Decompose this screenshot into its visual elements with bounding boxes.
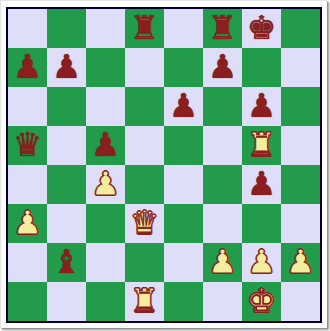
square-g6[interactable]: ♟ [242, 87, 281, 126]
piece-black-rook[interactable]: ♜ [130, 8, 160, 47]
piece-black-pawn[interactable]: ♟ [169, 86, 199, 125]
square-f2[interactable]: ♟ [203, 243, 242, 282]
square-c1[interactable] [86, 282, 125, 321]
square-d5[interactable] [125, 126, 164, 165]
piece-white-pawn[interactable]: ♟ [91, 164, 121, 203]
square-f4[interactable] [203, 165, 242, 204]
square-c4[interactable]: ♟ [86, 165, 125, 204]
square-g2[interactable]: ♟ [242, 243, 281, 282]
square-h4[interactable] [281, 165, 320, 204]
square-a2[interactable] [8, 243, 47, 282]
square-f8[interactable]: ♜ [203, 9, 242, 48]
square-b1[interactable] [47, 282, 86, 321]
square-d1[interactable]: ♜ [125, 282, 164, 321]
square-e7[interactable] [164, 48, 203, 87]
square-d2[interactable] [125, 243, 164, 282]
square-f6[interactable] [203, 87, 242, 126]
piece-black-bishop[interactable]: ♝ [52, 242, 82, 281]
square-e4[interactable] [164, 165, 203, 204]
square-c3[interactable] [86, 204, 125, 243]
square-b6[interactable] [47, 87, 86, 126]
square-e5[interactable] [164, 126, 203, 165]
square-e2[interactable] [164, 243, 203, 282]
piece-white-queen[interactable]: ♛ [130, 203, 160, 242]
square-a3[interactable]: ♟ [8, 204, 47, 243]
square-c6[interactable] [86, 87, 125, 126]
piece-white-pawn[interactable]: ♟ [208, 242, 238, 281]
square-d3[interactable]: ♛ [125, 204, 164, 243]
piece-black-pawn[interactable]: ♟ [52, 47, 82, 86]
square-a6[interactable] [8, 87, 47, 126]
square-b8[interactable] [47, 9, 86, 48]
piece-white-rook[interactable]: ♜ [130, 281, 160, 320]
square-f7[interactable]: ♟ [203, 48, 242, 87]
square-h6[interactable] [281, 87, 320, 126]
square-c8[interactable] [86, 9, 125, 48]
piece-white-rook[interactable]: ♜ [247, 125, 277, 164]
piece-black-pawn[interactable]: ♟ [13, 47, 43, 86]
piece-white-king[interactable]: ♚ [247, 281, 277, 320]
square-b3[interactable] [47, 204, 86, 243]
piece-black-queen[interactable]: ♛ [13, 125, 43, 164]
square-g1[interactable]: ♚ [242, 282, 281, 321]
square-h2[interactable]: ♟ [281, 243, 320, 282]
piece-white-pawn[interactable]: ♟ [247, 242, 277, 281]
square-a8[interactable] [8, 9, 47, 48]
square-b2[interactable]: ♝ [47, 243, 86, 282]
square-f1[interactable] [203, 282, 242, 321]
square-g8[interactable]: ♚ [242, 9, 281, 48]
square-d6[interactable] [125, 87, 164, 126]
square-h7[interactable] [281, 48, 320, 87]
piece-black-pawn[interactable]: ♟ [91, 125, 121, 164]
square-a5[interactable]: ♛ [8, 126, 47, 165]
square-f3[interactable] [203, 204, 242, 243]
square-g7[interactable] [242, 48, 281, 87]
square-a7[interactable]: ♟ [8, 48, 47, 87]
piece-black-pawn[interactable]: ♟ [247, 86, 277, 125]
square-d8[interactable]: ♜ [125, 9, 164, 48]
square-g4[interactable]: ♟ [242, 165, 281, 204]
square-c7[interactable] [86, 48, 125, 87]
square-h3[interactable] [281, 204, 320, 243]
piece-black-rook[interactable]: ♜ [208, 8, 238, 47]
piece-black-pawn[interactable]: ♟ [208, 47, 238, 86]
piece-white-pawn[interactable]: ♟ [13, 203, 43, 242]
square-b5[interactable] [47, 126, 86, 165]
square-e6[interactable]: ♟ [164, 87, 203, 126]
square-a4[interactable] [8, 165, 47, 204]
square-h5[interactable] [281, 126, 320, 165]
square-e8[interactable] [164, 9, 203, 48]
square-h8[interactable] [281, 9, 320, 48]
screenshot-frame: ♜♜♚♟♟♟♟♟♛♟♜♟♟♟♛♝♟♟♟♜♚ [0, 0, 327, 328]
square-b7[interactable]: ♟ [47, 48, 86, 87]
piece-black-pawn[interactable]: ♟ [247, 164, 277, 203]
square-d7[interactable] [125, 48, 164, 87]
square-e1[interactable] [164, 282, 203, 321]
square-a1[interactable] [8, 282, 47, 321]
square-d4[interactable] [125, 165, 164, 204]
square-h1[interactable] [281, 282, 320, 321]
square-c5[interactable]: ♟ [86, 126, 125, 165]
piece-black-king[interactable]: ♚ [247, 8, 277, 47]
square-f5[interactable] [203, 126, 242, 165]
square-g3[interactable] [242, 204, 281, 243]
square-g5[interactable]: ♜ [242, 126, 281, 165]
square-c2[interactable] [86, 243, 125, 282]
square-b4[interactable] [47, 165, 86, 204]
square-e3[interactable] [164, 204, 203, 243]
chess-board: ♜♜♚♟♟♟♟♟♛♟♜♟♟♟♛♝♟♟♟♜♚ [6, 7, 322, 323]
piece-white-pawn[interactable]: ♟ [286, 242, 316, 281]
